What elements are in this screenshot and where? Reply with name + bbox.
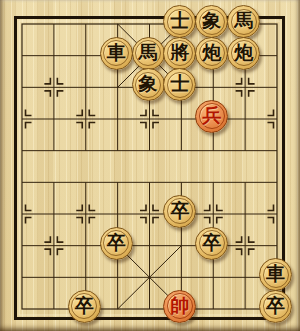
piece-black-advisor[interactable]: 士	[163, 5, 196, 38]
piece-black-soldier[interactable]: 卒	[195, 227, 228, 260]
piece-black-chariot[interactable]: 車	[259, 258, 292, 291]
piece-black-chariot[interactable]: 車	[100, 37, 133, 70]
piece-glyph: 馬	[139, 43, 158, 62]
piece-black-cannon[interactable]: 炮	[195, 37, 228, 70]
piece-red-general[interactable]: 帥	[163, 290, 196, 323]
piece-glyph: 車	[266, 264, 285, 283]
piece-black-horse[interactable]: 馬	[227, 5, 260, 38]
piece-glyph: 象	[139, 74, 158, 93]
piece-black-elephant[interactable]: 象	[195, 5, 228, 38]
pieces-layer: 士象馬車馬將炮炮象士兵卒卒卒車卒帥卒	[6, 8, 293, 325]
xiangqi-board[interactable]: 士象馬車馬將炮炮象士兵卒卒卒車卒帥卒	[0, 0, 300, 331]
piece-black-elephant[interactable]: 象	[132, 68, 165, 101]
piece-glyph: 炮	[202, 43, 221, 62]
piece-glyph: 卒	[75, 296, 94, 315]
piece-black-soldier[interactable]: 卒	[259, 290, 292, 323]
piece-glyph: 兵	[202, 106, 221, 125]
piece-glyph: 將	[170, 43, 189, 62]
piece-glyph: 卒	[107, 233, 126, 252]
piece-glyph: 士	[170, 74, 189, 93]
piece-black-soldier[interactable]: 卒	[100, 227, 133, 260]
piece-glyph: 卒	[202, 233, 221, 252]
piece-black-cannon[interactable]: 炮	[227, 37, 260, 70]
piece-glyph: 馬	[234, 11, 253, 30]
piece-black-soldier[interactable]: 卒	[68, 290, 101, 323]
piece-glyph: 卒	[170, 201, 189, 220]
piece-glyph: 帥	[170, 296, 189, 315]
piece-black-horse[interactable]: 馬	[132, 37, 165, 70]
piece-glyph: 卒	[266, 296, 285, 315]
piece-glyph: 車	[107, 43, 126, 62]
piece-red-soldier[interactable]: 兵	[195, 100, 228, 133]
piece-glyph: 炮	[234, 43, 253, 62]
piece-black-advisor[interactable]: 士	[163, 68, 196, 101]
piece-black-soldier[interactable]: 卒	[163, 195, 196, 228]
piece-black-general[interactable]: 將	[163, 37, 196, 70]
piece-glyph: 象	[202, 11, 221, 30]
piece-glyph: 士	[170, 11, 189, 30]
